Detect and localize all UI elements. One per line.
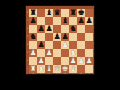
file-label-h: h: [85, 72, 93, 75]
square-a7[interactable]: ♟: [29, 17, 37, 25]
square-a3[interactable]: ♟: [29, 49, 37, 57]
black-pawn: ♟: [29, 17, 37, 25]
square-g8[interactable]: ♚: [77, 9, 85, 17]
rank-label-2: 2: [26, 57, 29, 65]
square-e4[interactable]: ♟: [61, 41, 69, 49]
square-b5[interactable]: [37, 33, 45, 41]
black-pawn: ♟: [37, 25, 45, 33]
square-h3[interactable]: [85, 49, 93, 57]
black-pawn: ♟: [61, 33, 69, 41]
square-f5[interactable]: [69, 33, 77, 41]
square-a8[interactable]: ♜: [29, 9, 37, 17]
square-c7[interactable]: [45, 17, 53, 25]
file-labels: abcdefgh: [29, 72, 93, 75]
black-pawn: ♟: [37, 41, 45, 49]
square-b2[interactable]: ♟: [37, 57, 45, 65]
rank-label-7: 7: [26, 17, 29, 25]
black-pawn: ♟: [85, 17, 93, 25]
square-c2[interactable]: [45, 57, 53, 65]
square-c3[interactable]: ♟: [45, 49, 53, 57]
square-b6[interactable]: ♟: [37, 25, 45, 33]
letterbox-background: ♜♝♛♜♚♟♝♟♟♟♟♞♞♟♟♟♟♟♟♞♟♟♟♟♜♞♝♛♚♝ abcdefgh …: [0, 0, 120, 90]
white-pawn: ♟: [77, 57, 85, 65]
file-label-d: d: [53, 72, 61, 75]
square-d2[interactable]: [53, 57, 61, 65]
rank-label-8: 8: [26, 9, 29, 17]
white-pawn: ♟: [29, 49, 37, 57]
square-a2[interactable]: [29, 57, 37, 65]
rank-label-5: 5: [26, 33, 29, 41]
square-c8[interactable]: ♝: [45, 9, 53, 17]
file-label-g: g: [77, 72, 85, 75]
black-queen: ♛: [53, 9, 61, 17]
square-e7[interactable]: ♝: [61, 17, 69, 25]
black-king: ♚: [77, 9, 85, 17]
white-knight: ♞: [69, 49, 77, 57]
square-d5[interactable]: ♟: [53, 33, 61, 41]
square-f8[interactable]: ♜: [69, 9, 77, 17]
white-pawn: ♟: [61, 41, 69, 49]
square-g7[interactable]: ♟: [77, 17, 85, 25]
square-e3[interactable]: [61, 49, 69, 57]
square-e8[interactable]: [61, 9, 69, 17]
square-b3[interactable]: [37, 49, 45, 57]
square-c5[interactable]: [45, 33, 53, 41]
square-a4[interactable]: [29, 41, 37, 49]
black-pawn: ♟: [53, 33, 61, 41]
square-h2[interactable]: ♟: [85, 57, 93, 65]
square-d8[interactable]: ♛: [53, 9, 61, 17]
square-f4[interactable]: [69, 41, 77, 49]
square-c6[interactable]: ♟: [45, 25, 53, 33]
square-e6[interactable]: [61, 25, 69, 33]
rank-label-6: 6: [26, 25, 29, 33]
square-d3[interactable]: [53, 49, 61, 57]
black-rook: ♜: [29, 9, 37, 17]
black-rook: ♜: [69, 9, 77, 17]
square-d4[interactable]: [53, 41, 61, 49]
square-h5[interactable]: [85, 33, 93, 41]
square-a6[interactable]: [29, 25, 37, 33]
square-b8[interactable]: [37, 9, 45, 17]
black-knight: ♞: [69, 25, 77, 33]
square-b7[interactable]: [37, 17, 45, 25]
square-h6[interactable]: [85, 25, 93, 33]
square-g5[interactable]: [77, 33, 85, 41]
rank-labels: 87654321: [26, 9, 29, 73]
square-h4[interactable]: [85, 41, 93, 49]
square-g2[interactable]: ♟: [77, 57, 85, 65]
file-label-f: f: [69, 72, 77, 75]
square-f6[interactable]: ♞: [69, 25, 77, 33]
square-f7[interactable]: [69, 17, 77, 25]
white-pawn: ♟: [69, 57, 77, 65]
chess-board[interactable]: ♜♝♛♜♚♟♝♟♟♟♟♞♞♟♟♟♟♟♟♞♟♟♟♟♜♞♝♛♚♝: [29, 9, 93, 73]
file-label-e: e: [61, 72, 69, 75]
black-bishop: ♝: [61, 17, 69, 25]
file-label-a: a: [29, 72, 37, 75]
black-pawn: ♟: [45, 25, 53, 33]
square-c4[interactable]: [45, 41, 53, 49]
square-f3[interactable]: ♞: [69, 49, 77, 57]
square-e5[interactable]: ♟: [61, 33, 69, 41]
square-f2[interactable]: ♟: [69, 57, 77, 65]
square-g4[interactable]: [77, 41, 85, 49]
square-g6[interactable]: [77, 25, 85, 33]
square-h8[interactable]: [85, 9, 93, 17]
file-label-b: b: [37, 72, 45, 75]
square-b4[interactable]: ♟: [37, 41, 45, 49]
chess-board-frame: ♜♝♛♜♚♟♝♟♟♟♟♞♞♟♟♟♟♟♟♞♟♟♟♟♜♞♝♛♚♝ abcdefgh …: [25, 5, 95, 75]
square-g3[interactable]: [77, 49, 85, 57]
white-pawn: ♟: [37, 57, 45, 65]
rank-label-1: 1: [26, 65, 29, 73]
rank-label-4: 4: [26, 41, 29, 49]
rank-label-3: 3: [26, 49, 29, 57]
square-d7[interactable]: [53, 17, 61, 25]
square-e2[interactable]: [61, 57, 69, 65]
black-pawn: ♟: [77, 17, 85, 25]
black-bishop: ♝: [45, 9, 53, 17]
black-knight: ♞: [29, 33, 37, 41]
square-d6[interactable]: [53, 25, 61, 33]
file-label-c: c: [45, 72, 53, 75]
square-a5[interactable]: ♞: [29, 33, 37, 41]
square-h7[interactable]: ♟: [85, 17, 93, 25]
white-pawn: ♟: [85, 57, 93, 65]
white-pawn: ♟: [45, 49, 53, 57]
